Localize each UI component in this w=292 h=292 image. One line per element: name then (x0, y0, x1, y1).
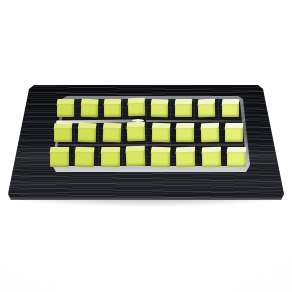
cube-r2c3 (103, 123, 122, 144)
cube-r3c3 (101, 147, 120, 168)
cube-r3c2 (75, 147, 95, 168)
cube-r3c1 (50, 147, 69, 168)
cube-r1c8 (222, 99, 239, 118)
cube-r1c7 (198, 99, 215, 118)
cube-r1c6 (175, 99, 192, 118)
cube-r1c3 (104, 99, 121, 118)
cube-r3c4 (125, 146, 145, 168)
plastic-ridge-glint-faint (146, 120, 244, 122)
cube-r1c4 (127, 98, 145, 118)
cube-row-3 (50, 147, 246, 168)
cube-r1c2 (80, 99, 97, 118)
cube-r3c5 (151, 147, 170, 168)
cube-r1c5 (151, 99, 168, 118)
cube-r3c6 (176, 147, 195, 168)
blister-tray (50, 94, 252, 176)
cube-r2c7 (200, 123, 219, 143)
cube-r3c8 (227, 147, 246, 168)
cube-r2c8 (225, 123, 243, 143)
cube-r1c1 (57, 99, 74, 118)
cube-row-1 (57, 99, 239, 118)
cube-r2c4 (127, 122, 146, 143)
cube-r3c7 (201, 147, 221, 168)
plastic-ridge-glint-lower (55, 144, 243, 146)
cube-row-2 (54, 123, 243, 143)
product-photo (0, 0, 292, 292)
cube-r2c1 (54, 123, 72, 143)
plastic-ridge-glint-spot (132, 119, 144, 122)
cube-r2c6 (176, 123, 194, 143)
cube-r2c2 (78, 123, 97, 143)
cube-r2c5 (152, 123, 170, 143)
